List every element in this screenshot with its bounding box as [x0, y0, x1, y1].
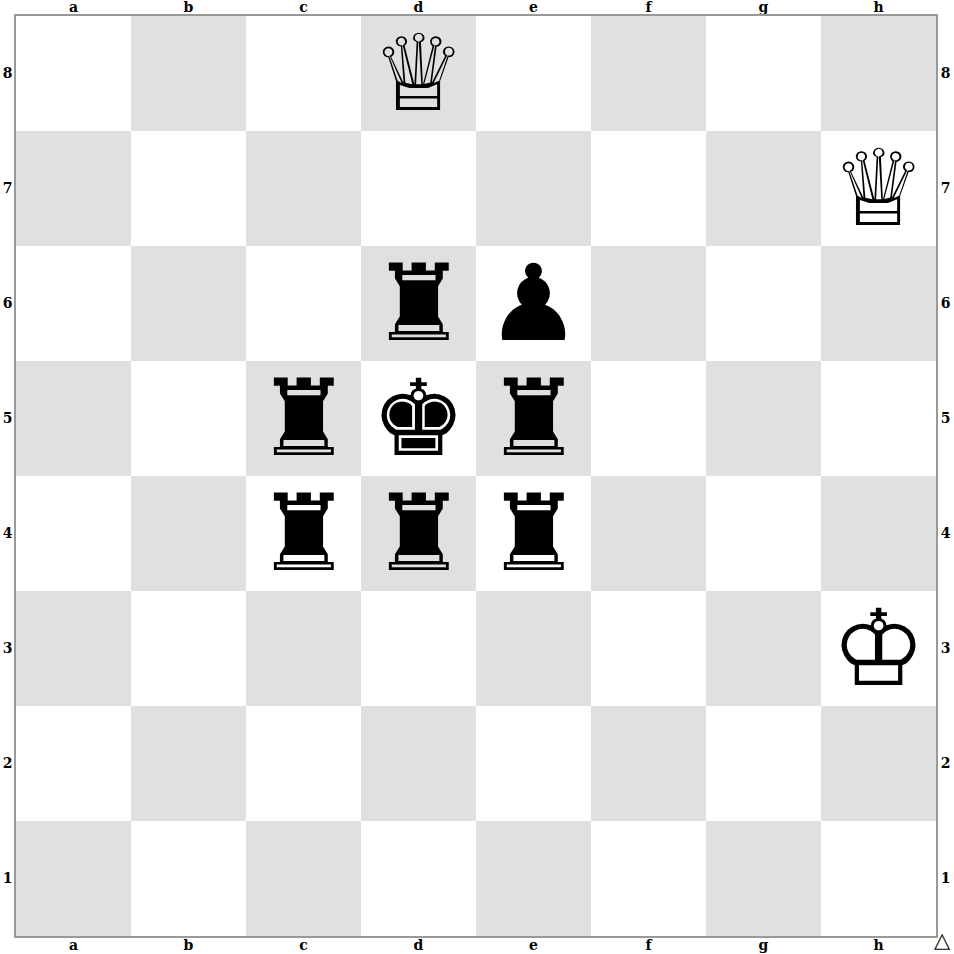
rank-label-5-left: 5: [0, 361, 15, 476]
square-e1[interactable]: [476, 821, 591, 936]
square-e7[interactable]: [476, 131, 591, 246]
square-a1[interactable]: [16, 821, 131, 936]
square-h8[interactable]: [821, 16, 936, 131]
rank-label-4-right: 4: [938, 476, 953, 591]
square-a8[interactable]: [16, 16, 131, 131]
square-a6[interactable]: [16, 246, 131, 361]
square-g4[interactable]: [706, 476, 821, 591]
square-f8[interactable]: [591, 16, 706, 131]
rank-label-6-right: 6: [938, 246, 953, 361]
file-label-e-bottom: e: [476, 938, 591, 953]
file-label-c-top: c: [246, 0, 361, 15]
square-c7[interactable]: [246, 131, 361, 246]
square-g1[interactable]: [706, 821, 821, 936]
file-label-e-top: e: [476, 0, 591, 15]
square-g6[interactable]: [706, 246, 821, 361]
piece-black-rook[interactable]: ♜: [476, 361, 591, 476]
square-f7[interactable]: [591, 131, 706, 246]
file-label-h-top: h: [821, 0, 936, 15]
square-c5[interactable]: ♜: [246, 361, 361, 476]
square-h6[interactable]: [821, 246, 936, 361]
rank-label-2-right: 2: [938, 706, 953, 821]
file-label-a-top: a: [16, 0, 131, 15]
square-c8[interactable]: [246, 16, 361, 131]
piece-black-rook[interactable]: ♜: [246, 361, 361, 476]
piece-white-king[interactable]: ♔: [821, 591, 936, 706]
square-d5[interactable]: ♚: [361, 361, 476, 476]
file-label-b-bottom: b: [131, 938, 246, 953]
square-b2[interactable]: [131, 706, 246, 821]
piece-black-king[interactable]: ♚: [361, 361, 476, 476]
square-b3[interactable]: [131, 591, 246, 706]
piece-black-pawn[interactable]: ♟: [476, 246, 591, 361]
rank-label-1-right: 1: [938, 821, 953, 936]
square-h4[interactable]: [821, 476, 936, 591]
rank-label-7-left: 7: [0, 131, 15, 246]
rank-label-5-right: 5: [938, 361, 953, 476]
file-label-f-bottom: f: [591, 938, 706, 953]
square-d8[interactable]: ♕: [361, 16, 476, 131]
square-h5[interactable]: [821, 361, 936, 476]
square-f2[interactable]: [591, 706, 706, 821]
square-a3[interactable]: [16, 591, 131, 706]
square-c1[interactable]: [246, 821, 361, 936]
square-e6[interactable]: ♟: [476, 246, 591, 361]
square-e2[interactable]: [476, 706, 591, 821]
chess-board: ♕♕♜♟♜♚♜♜♜♜♔: [16, 16, 936, 936]
square-b8[interactable]: [131, 16, 246, 131]
piece-black-rook[interactable]: ♜: [361, 246, 476, 361]
square-c4[interactable]: ♜: [246, 476, 361, 591]
square-c2[interactable]: [246, 706, 361, 821]
square-d1[interactable]: [361, 821, 476, 936]
piece-black-rook[interactable]: ♜: [361, 476, 476, 591]
square-f5[interactable]: [591, 361, 706, 476]
square-c6[interactable]: [246, 246, 361, 361]
square-f1[interactable]: [591, 821, 706, 936]
piece-white-queen[interactable]: ♕: [361, 16, 476, 131]
rank-label-3-left: 3: [0, 591, 15, 706]
square-e4[interactable]: ♜: [476, 476, 591, 591]
side-to-move-indicator: △: [930, 928, 954, 952]
square-f3[interactable]: [591, 591, 706, 706]
square-g7[interactable]: [706, 131, 821, 246]
rank-label-1-left: 1: [0, 821, 15, 936]
square-g3[interactable]: [706, 591, 821, 706]
square-e5[interactable]: ♜: [476, 361, 591, 476]
rank-label-8-left: 8: [0, 16, 15, 131]
square-b4[interactable]: [131, 476, 246, 591]
file-label-g-top: g: [706, 0, 821, 15]
square-d7[interactable]: [361, 131, 476, 246]
square-d6[interactable]: ♜: [361, 246, 476, 361]
file-label-b-top: b: [131, 0, 246, 15]
square-g2[interactable]: [706, 706, 821, 821]
file-label-a-bottom: a: [16, 938, 131, 953]
square-h1[interactable]: [821, 821, 936, 936]
square-e3[interactable]: [476, 591, 591, 706]
piece-black-rook[interactable]: ♜: [246, 476, 361, 591]
square-a7[interactable]: [16, 131, 131, 246]
square-a5[interactable]: [16, 361, 131, 476]
file-label-f-top: f: [591, 0, 706, 15]
square-a2[interactable]: [16, 706, 131, 821]
rank-label-6-left: 6: [0, 246, 15, 361]
square-d2[interactable]: [361, 706, 476, 821]
square-h3[interactable]: ♔: [821, 591, 936, 706]
rank-label-7-right: 7: [938, 131, 953, 246]
square-b5[interactable]: [131, 361, 246, 476]
square-h2[interactable]: [821, 706, 936, 821]
rank-label-2-left: 2: [0, 706, 15, 821]
square-d3[interactable]: [361, 591, 476, 706]
piece-black-rook[interactable]: ♜: [476, 476, 591, 591]
square-b6[interactable]: [131, 246, 246, 361]
rank-label-4-left: 4: [0, 476, 15, 591]
square-e8[interactable]: [476, 16, 591, 131]
rank-label-3-right: 3: [938, 591, 953, 706]
square-f6[interactable]: [591, 246, 706, 361]
chess-diagram: abcdefgh abcdefgh 87654321 87654321 ♕♕♜♟…: [0, 0, 954, 954]
file-label-d-bottom: d: [361, 938, 476, 953]
square-h7[interactable]: ♕: [821, 131, 936, 246]
file-label-h-bottom: h: [821, 938, 936, 953]
file-label-g-bottom: g: [706, 938, 821, 953]
piece-white-queen[interactable]: ♕: [821, 131, 936, 246]
square-a4[interactable]: [16, 476, 131, 591]
square-g5[interactable]: [706, 361, 821, 476]
file-label-c-bottom: c: [246, 938, 361, 953]
square-c3[interactable]: [246, 591, 361, 706]
square-b7[interactable]: [131, 131, 246, 246]
square-g8[interactable]: [706, 16, 821, 131]
square-f4[interactable]: [591, 476, 706, 591]
rank-label-8-right: 8: [938, 16, 953, 131]
square-d4[interactable]: ♜: [361, 476, 476, 591]
square-b1[interactable]: [131, 821, 246, 936]
